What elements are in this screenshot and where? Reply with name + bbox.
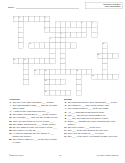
- cell-number: 12: [98, 54, 100, 56]
- clue-section: ACROSS 1.The boy rode while his father _…: [9, 98, 122, 144]
- cell-number: 11: [103, 43, 105, 45]
- clue-item: 19.At first the man and the boy chose to…: [9, 132, 59, 137]
- clue-number: 20.: [9, 138, 12, 141]
- footer-publisher: ©Evan-Moor Corp.: [9, 155, 24, 157]
- cell-number: 1: [14, 17, 15, 19]
- down-header: DOWN: [64, 98, 122, 101]
- cell-number: 2: [19, 17, 20, 19]
- grid-cell[interactable]: [113, 74, 119, 80]
- cell-number: 20: [45, 90, 47, 92]
- name-write-line[interactable]: [16, 6, 79, 9]
- crossword-grid: 1234567891011121314151617181920: [13, 17, 119, 97]
- clue-item: 17.The ___ of the story: you cannot plea…: [64, 135, 122, 138]
- cell-number: 19: [45, 80, 47, 82]
- name-header: Name:: [8, 6, 79, 9]
- cell-number: 4: [56, 22, 57, 24]
- clue-number: 17.: [64, 135, 67, 138]
- clue-number: 4.: [9, 104, 12, 107]
- cell-number: 7: [45, 27, 46, 29]
- grid-cell[interactable]: [60, 80, 66, 86]
- grid-cell[interactable]: [113, 53, 119, 59]
- name-label: Name:: [8, 6, 15, 9]
- cell-number: 18: [92, 75, 94, 77]
- cell-number: 8: [61, 33, 62, 35]
- cell-number: 6: [92, 22, 93, 24]
- across-header: ACROSS: [9, 98, 59, 101]
- clue-item: 4.The girls thought it was ___ that the …: [9, 104, 59, 109]
- clue-number: 19.: [9, 132, 12, 135]
- cell-number: 16: [45, 69, 47, 71]
- worksheet-page: Name: THE MAN, THE BOY, AND THE DONKEY 1…: [0, 0, 125, 163]
- down-clue-list: 2.The man and his boy were taking their …: [64, 101, 122, 138]
- cell-number: 5: [82, 22, 83, 24]
- clue-number: 9.: [64, 120, 67, 123]
- footer-page-number: 17: [59, 155, 61, 157]
- clue-item: 20.The donkey was too ___ for the two of…: [9, 138, 59, 143]
- grid-cell[interactable]: [81, 32, 87, 38]
- cell-number: 17: [77, 69, 79, 71]
- page-footer: ©Evan-Moor Corp. 17 Folk Tales, Fables &…: [9, 155, 119, 157]
- across-clues-column: ACROSS 1.The boy rode while his father _…: [9, 98, 59, 144]
- down-clues-column: DOWN 2.The man and his boy were taking t…: [64, 98, 122, 144]
- grid-cell[interactable]: [92, 32, 98, 38]
- story-title-line2: AND THE DONKEY: [87, 5, 121, 7]
- cell-number: 9: [50, 38, 51, 40]
- grid-cell[interactable]: [24, 80, 30, 86]
- cell-number: 13: [14, 59, 16, 61]
- cell-number: 10: [29, 43, 31, 45]
- grid-cell[interactable]: [76, 90, 82, 96]
- grid-cell[interactable]: [71, 43, 77, 49]
- story-title-box: THE MAN, THE BOY, AND THE DONKEY: [86, 2, 123, 9]
- grid-cell[interactable]: [66, 90, 72, 96]
- across-clue-list: 1.The boy rode while his father ___ behi…: [9, 101, 59, 143]
- cell-number: 14: [24, 59, 26, 61]
- footer-book-title: Folk Tales, Fables & Stories: [97, 155, 119, 157]
- grid-cell[interactable]: [50, 59, 56, 65]
- grid-cell[interactable]: [18, 43, 24, 49]
- cell-number: 15: [35, 69, 37, 71]
- cell-number: 3: [45, 17, 46, 19]
- clue-item: 9.Some ___ thought they were being mean …: [64, 120, 122, 125]
